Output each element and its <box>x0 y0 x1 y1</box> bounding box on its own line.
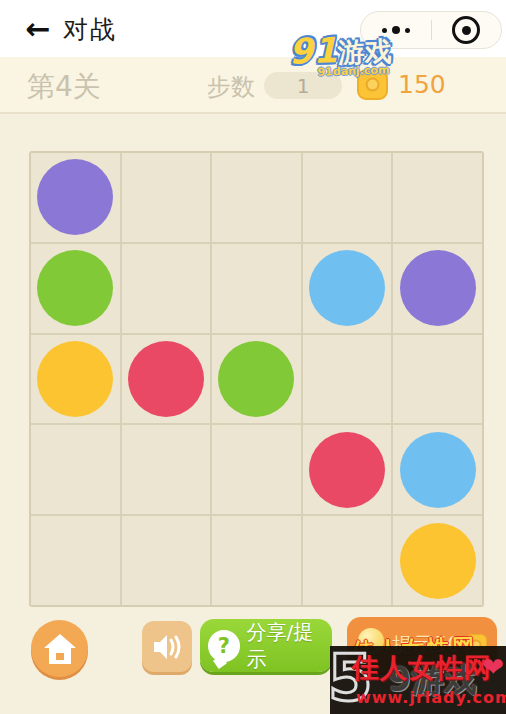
cell-r4c4[interactable] <box>303 425 392 514</box>
cell-r3c2[interactable] <box>122 335 211 424</box>
dot-green[interactable] <box>218 341 294 417</box>
watermark-url: www.jrlady.com <box>356 688 506 707</box>
cell-r4c1[interactable] <box>31 425 120 514</box>
board <box>29 151 484 607</box>
steps-value: 1 <box>297 74 310 98</box>
back-icon[interactable]: ← <box>18 8 58 48</box>
cell-r2c4[interactable] <box>303 244 392 333</box>
home-button[interactable] <box>31 620 88 677</box>
page-title: 对战 <box>63 13 117 46</box>
dot-yellow[interactable] <box>37 341 113 417</box>
cell-r5c5[interactable] <box>393 516 482 605</box>
close-record-icon[interactable] <box>432 12 502 48</box>
dot-purple[interactable] <box>400 250 476 326</box>
hint-cost-label: 提示50 <box>392 631 461 659</box>
cell-r3c4[interactable] <box>303 335 392 424</box>
more-icon[interactable] <box>361 12 431 48</box>
coin-icon <box>357 69 388 100</box>
cell-r1c4[interactable] <box>303 153 392 242</box>
cell-r1c3[interactable] <box>212 153 301 242</box>
dot-red[interactable] <box>128 341 204 417</box>
cell-r4c2[interactable] <box>122 425 211 514</box>
game-screen: ← 对战 第4关 步数 1 150 91游戏 91danj.com <box>0 0 506 714</box>
dot-blue[interactable] <box>309 250 385 326</box>
share-hint-button[interactable]: ? 分享/提示 <box>200 619 332 672</box>
steps-value-pill: 1 <box>264 72 342 99</box>
miniprogram-capsule <box>360 11 502 49</box>
dot-purple[interactable] <box>37 159 113 235</box>
lightbulb-icon <box>356 628 386 662</box>
dot-blue[interactable] <box>400 432 476 508</box>
hud-bar: 第4关 步数 1 150 <box>0 57 506 114</box>
home-icon <box>43 633 77 665</box>
cell-r2c3[interactable] <box>212 244 301 333</box>
top-bar: ← 对战 <box>0 0 506 57</box>
cell-r5c1[interactable] <box>31 516 120 605</box>
level-label: 第4关 <box>27 68 101 106</box>
dot-green[interactable] <box>37 250 113 326</box>
cell-r3c3[interactable] <box>212 335 301 424</box>
coins-value: 150 <box>398 70 446 99</box>
coin-icon-small <box>465 634 487 656</box>
dot-red[interactable] <box>309 432 385 508</box>
cell-r1c2[interactable] <box>122 153 211 242</box>
share-hint-label: 分享/提示 <box>247 619 332 673</box>
speaker-icon <box>151 632 183 662</box>
cell-r2c2[interactable] <box>122 244 211 333</box>
cell-r4c5[interactable] <box>393 425 482 514</box>
question-bubble-icon: ? <box>208 630 240 662</box>
cell-r5c4[interactable] <box>303 516 392 605</box>
cell-r3c5[interactable] <box>393 335 482 424</box>
cell-r5c2[interactable] <box>122 516 211 605</box>
sound-button[interactable] <box>142 621 192 672</box>
cell-r3c1[interactable] <box>31 335 120 424</box>
cell-r1c1[interactable] <box>31 153 120 242</box>
cell-r1c5[interactable] <box>393 153 482 242</box>
hint-50-button[interactable]: 提示50 <box>347 617 497 672</box>
cell-r2c1[interactable] <box>31 244 120 333</box>
cell-r5c3[interactable] <box>212 516 301 605</box>
dot-yellow[interactable] <box>400 523 476 599</box>
steps-label: 步数 <box>207 71 255 103</box>
cell-r4c3[interactable] <box>212 425 301 514</box>
cell-r2c5[interactable] <box>393 244 482 333</box>
